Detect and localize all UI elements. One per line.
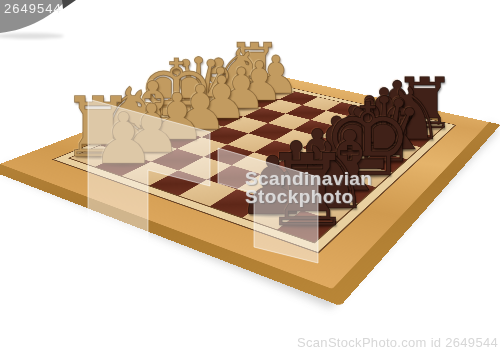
- watermark-brand-line2: Stockphoto: [245, 188, 372, 206]
- watermark-id-number: 2649544: [4, 1, 62, 16]
- watermark-brand-text: Scandinavian Stockphoto: [245, 170, 372, 206]
- watermark-credit: ScanStockPhoto.com id 2649544: [297, 335, 498, 350]
- watermark-corner-badge: 2649544: [0, 0, 100, 48]
- stock-photo-canvas: ♜♞♝♛♚♝♞♜♟♟♟♟♟♟♟♟♟♟♟♟♟♟♟♟♜♞♝♛♚♝♞♜ Scandin…: [0, 0, 500, 353]
